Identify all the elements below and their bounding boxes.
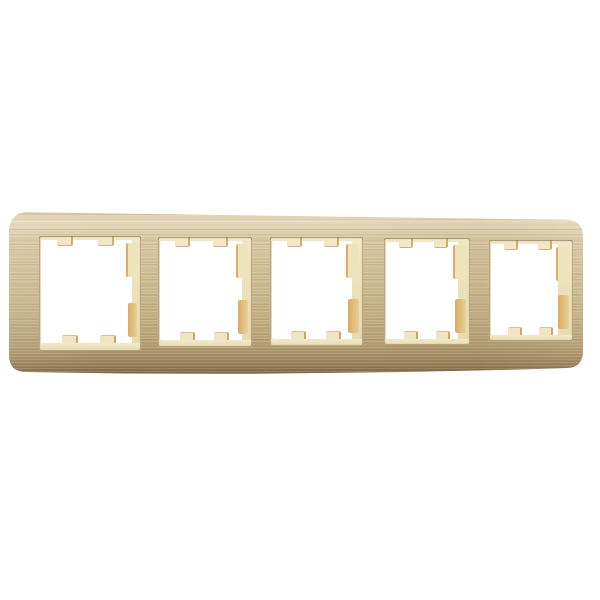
- top-clip-tab: [399, 238, 413, 248]
- liner-bottom-lip: [384, 339, 470, 345]
- opening-hole: [160, 241, 242, 340]
- bottom-clip-tab: [326, 331, 341, 339]
- bottom-clip-tab: [291, 331, 306, 339]
- right-wall-tab-upper: [346, 244, 359, 278]
- bottom-clip-tab: [404, 331, 418, 339]
- bottom-clip-tab: [180, 332, 195, 340]
- liner-left-wall: [489, 240, 491, 341]
- liner-top-lip: [489, 240, 573, 244]
- liner-top-lip: [39, 236, 141, 240]
- right-wall-tab-lower: [455, 299, 466, 333]
- right-wall-tab-lower: [558, 295, 569, 329]
- liner-bottom-lip: [270, 339, 363, 346]
- frame-opening-1: [39, 236, 141, 351]
- liner-top-lip: [158, 237, 252, 241]
- right-wall-tab-lower: [128, 303, 137, 337]
- top-clip-tab: [434, 238, 448, 248]
- bottom-clip-tab: [436, 331, 450, 339]
- top-clip-tab: [175, 237, 190, 247]
- right-wall-tab-lower: [238, 300, 248, 334]
- right-wall-tab-upper: [556, 247, 569, 281]
- top-clip-tab: [213, 237, 228, 247]
- liner-top-lip: [270, 237, 363, 241]
- liner-left-wall: [384, 238, 386, 345]
- top-clip-tab: [324, 237, 339, 247]
- product-photo: [0, 0, 600, 600]
- liner-bottom-lip: [158, 340, 252, 347]
- frame-opening-2: [158, 237, 252, 347]
- bottom-clip-tab: [508, 327, 522, 335]
- liner-left-wall: [158, 237, 160, 347]
- opening-hole: [386, 242, 458, 339]
- top-clip-tab: [504, 240, 518, 250]
- opening-hole: [41, 240, 132, 343]
- top-clip-tab: [57, 236, 73, 246]
- bottom-clip-tab: [62, 335, 78, 343]
- right-wall-tab-upper: [453, 245, 466, 279]
- top-clip-tab: [287, 237, 302, 247]
- frame-opening-5: [489, 240, 573, 341]
- right-wall-tab-lower: [348, 299, 359, 333]
- right-wall-tab-upper: [236, 244, 248, 278]
- bottom-clip-tab: [100, 335, 116, 343]
- opening-hole: [272, 241, 352, 339]
- top-clip-tab: [538, 240, 552, 250]
- bottom-clip-tab: [214, 332, 229, 340]
- liner-top-lip: [384, 238, 470, 242]
- liner-bottom-lip: [489, 335, 573, 341]
- right-wall-tab-upper: [126, 243, 137, 277]
- frame-opening-4: [384, 238, 470, 345]
- liner-bottom-lip: [39, 343, 141, 351]
- liner-left-wall: [270, 237, 272, 346]
- top-clip-tab: [98, 236, 114, 246]
- opening-hole: [491, 244, 558, 335]
- bottom-clip-tab: [539, 327, 553, 335]
- frame-opening-3: [270, 237, 363, 346]
- liner-left-wall: [39, 236, 41, 351]
